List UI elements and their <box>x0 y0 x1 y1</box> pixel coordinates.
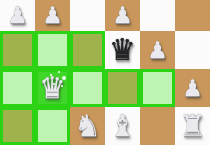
square-r3c3[interactable]: ♝ <box>105 107 140 145</box>
white-rook-icon[interactable]: ♜ <box>179 111 206 141</box>
square-r1c1[interactable] <box>35 31 70 69</box>
square-r1c4[interactable]: ♟ <box>140 31 175 69</box>
square-r2c0[interactable] <box>0 69 35 107</box>
white-pawn-icon[interactable]: ♟ <box>182 77 203 100</box>
square-r1c0[interactable] <box>0 31 35 69</box>
square-r2c4[interactable] <box>140 69 175 107</box>
square-r0c2[interactable] <box>70 0 105 31</box>
square-r3c1[interactable] <box>35 107 70 145</box>
black-queen-icon[interactable]: ♛ <box>109 35 136 65</box>
white-pawn-icon[interactable]: ♟ <box>112 4 133 27</box>
square-r2c2[interactable] <box>70 69 105 107</box>
white-knight-icon[interactable]: ♞ <box>74 111 101 141</box>
square-r0c5[interactable] <box>175 0 210 31</box>
square-r1c3[interactable]: ♛ <box>105 31 140 69</box>
square-r0c4[interactable] <box>140 0 175 31</box>
square-r3c4[interactable] <box>140 107 175 145</box>
white-pawn-icon[interactable]: ♟ <box>7 4 28 27</box>
square-r1c5[interactable] <box>175 31 210 69</box>
chess-board: ♟♟♟♛♟♛♟♞♝♜ <box>0 0 210 145</box>
square-r3c0[interactable] <box>0 107 35 145</box>
square-r2c5[interactable]: ♟ <box>175 69 210 107</box>
white-pawn-icon[interactable]: ♟ <box>147 39 168 62</box>
square-r0c3[interactable]: ♟ <box>105 0 140 31</box>
square-r0c1[interactable]: ♟ <box>35 0 70 31</box>
square-r1c2[interactable] <box>70 31 105 69</box>
square-r2c1[interactable]: ♛ <box>35 69 70 107</box>
white-pawn-icon[interactable]: ♟ <box>42 4 63 27</box>
white-queen-icon[interactable]: ♛ <box>39 73 66 103</box>
square-r0c0[interactable]: ♟ <box>0 0 35 31</box>
square-r2c3[interactable] <box>105 69 140 107</box>
white-bishop-icon[interactable]: ♝ <box>109 111 136 141</box>
square-r3c5[interactable]: ♜ <box>175 107 210 145</box>
square-r3c2[interactable]: ♞ <box>70 107 105 145</box>
